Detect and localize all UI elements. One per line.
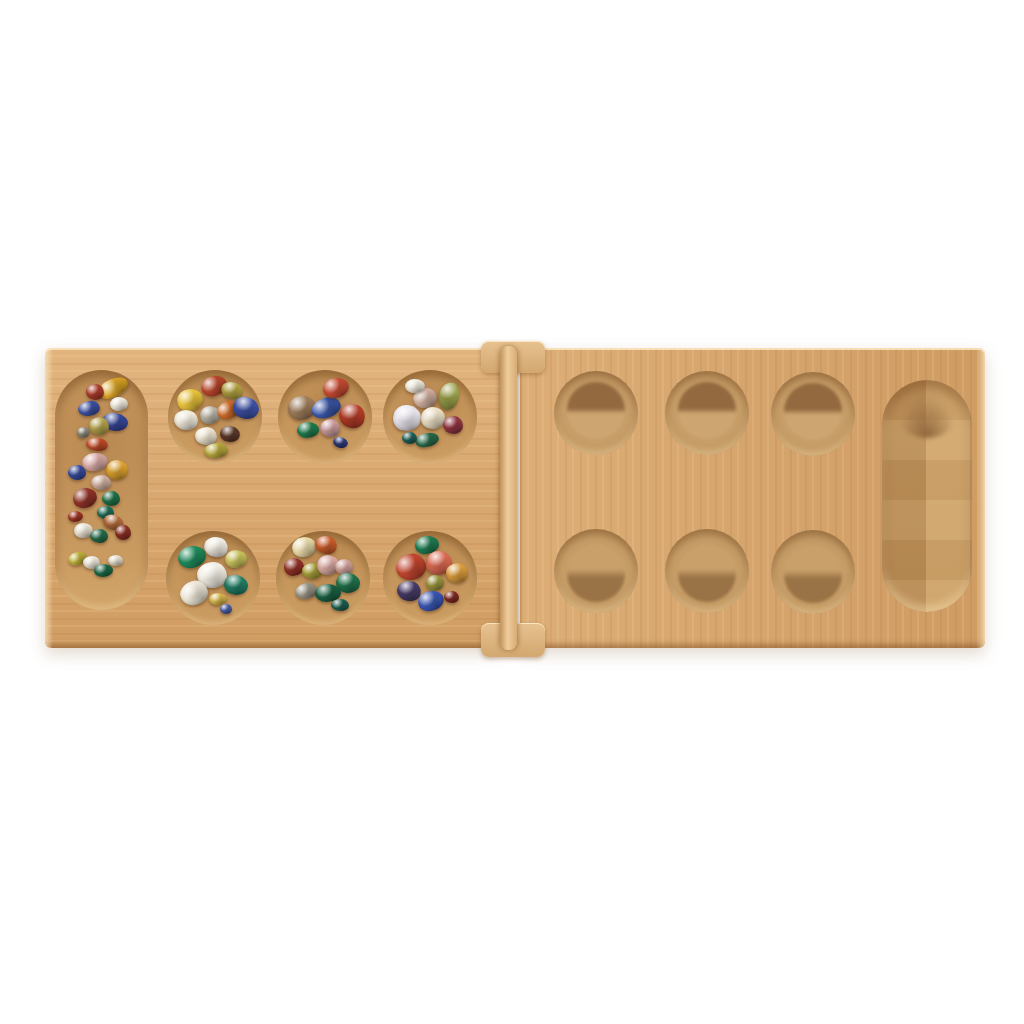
gemstone (102, 491, 120, 506)
gemstone (68, 465, 86, 480)
gemstone (314, 534, 339, 556)
pit-top-2[interactable] (278, 370, 372, 464)
pit-recess-shading (678, 382, 735, 439)
gemstone (86, 384, 104, 400)
gemstone (436, 380, 463, 412)
gemstone (320, 419, 340, 437)
mancala-board (45, 348, 985, 648)
pit-bottom-6[interactable] (771, 530, 855, 614)
gemstone (68, 511, 83, 522)
gemstone (393, 551, 429, 584)
pit-recess-shading (784, 383, 841, 440)
pit-top-6[interactable] (771, 372, 855, 456)
gemstone (426, 575, 444, 591)
pit-bottom-4[interactable] (554, 529, 638, 613)
pit-recess-shading (784, 546, 841, 603)
gemstone (91, 475, 111, 490)
pit-top-5[interactable] (665, 371, 749, 455)
gemstone (308, 393, 343, 422)
store-recess-shading (898, 392, 956, 438)
pit-bottom-2[interactable] (276, 531, 370, 625)
gemstone (331, 599, 349, 611)
gemstone (402, 432, 417, 444)
gemstone (421, 407, 445, 429)
gemstone (77, 399, 101, 418)
gemstone (85, 437, 108, 452)
gemstone (284, 558, 304, 576)
pit-recess-shading (567, 382, 624, 439)
hinge-pin (500, 346, 517, 650)
gemstone (446, 563, 468, 583)
gemstone (175, 387, 204, 413)
pit-top-3[interactable] (383, 370, 477, 464)
pit-top-1[interactable] (168, 370, 262, 464)
gemstone (173, 409, 199, 431)
gemstone (110, 397, 128, 411)
left-panel-edge-highlight (45, 348, 53, 648)
gemstone (89, 417, 109, 435)
gemstone (225, 550, 247, 568)
pit-bottom-3[interactable] (383, 531, 477, 625)
gemstone (77, 427, 90, 438)
right-panel-edge-highlight (977, 348, 985, 648)
gemstone (297, 422, 319, 438)
pit-recess-shading (567, 545, 624, 602)
pit-bottom-5[interactable] (665, 529, 749, 613)
pit-bottom-1[interactable] (166, 531, 260, 625)
gemstone (414, 431, 440, 449)
gemstone (331, 434, 349, 449)
store-left[interactable] (55, 370, 148, 610)
store-right[interactable] (882, 380, 972, 612)
gemstone (94, 564, 113, 577)
gemstone (443, 416, 463, 434)
pit-top-4[interactable] (554, 371, 638, 455)
gemstone (391, 403, 423, 433)
gemstone (444, 591, 459, 603)
photo-background (0, 0, 1024, 1024)
gemstone (220, 604, 232, 614)
gemstone (219, 424, 241, 443)
gemstone (90, 529, 108, 543)
pit-recess-shading (678, 545, 735, 602)
gemstone (108, 555, 123, 566)
gemstone (115, 525, 131, 540)
gemstone (71, 486, 98, 510)
